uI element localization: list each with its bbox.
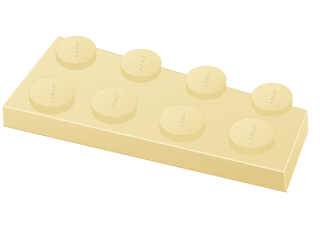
stud-4: LEGO LEGO: [252, 83, 293, 117]
stud-7: LEGO LEGO: [159, 105, 205, 143]
stud-1: LEGO LEGO: [56, 36, 97, 70]
stud-8: LEGO LEGO: [229, 118, 275, 156]
lego-plate-photo: LEGO LEGO LEGO LEGO LEGO LEGO LEGO: [0, 0, 320, 238]
stud-5: LEGO LEGO: [29, 77, 75, 115]
stud-6: LEGO LEGO: [91, 87, 137, 125]
stud-2: LEGO LEGO: [121, 49, 162, 83]
stud-3: LEGO LEGO: [186, 66, 227, 100]
plate-illustration: LEGO LEGO LEGO LEGO LEGO LEGO LEGO: [0, 0, 320, 238]
